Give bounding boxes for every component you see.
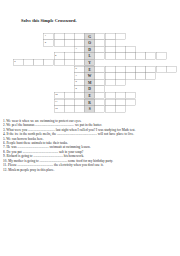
answer-cell-r6c11[interactable] [115, 66, 125, 73]
answer-cell-r4c11[interactable] [115, 53, 125, 60]
answer-cell-r5c6[interactable] [64, 59, 74, 66]
clue-number-cell-4: 4 [54, 53, 64, 60]
answer-cell-r6c10[interactable] [105, 66, 115, 73]
worksheet-page: Solve this Simple Crossword. 1G2O3D4L5Y6… [0, 0, 180, 256]
answer-cell-r1c5[interactable] [54, 33, 64, 40]
answer-cell-r11c7[interactable] [74, 99, 84, 106]
answer-cell-r12c9[interactable] [95, 106, 105, 113]
given-letter-cell-r6c8: E [85, 66, 95, 73]
answer-cell-r8c10[interactable] [105, 79, 115, 86]
clue-list: 1. We wear it when we are swimming to pr… [3, 118, 177, 172]
answer-cell-r12c7[interactable] [74, 106, 84, 113]
answer-cell-r4c13[interactable] [136, 53, 146, 60]
given-letter-cell-r1c8: G [85, 33, 95, 40]
answer-cell-r6c14[interactable] [146, 66, 156, 73]
answer-cell-r11c6[interactable] [64, 99, 74, 106]
clue-number-cell-12: 12 [54, 106, 64, 113]
answer-cell-r9c9[interactable] [95, 86, 105, 93]
answer-cell-r5c3[interactable] [34, 59, 44, 66]
given-letter-cell-r9c8: D [85, 86, 95, 93]
worksheet-canvas: Solve this Simple Crossword. 1G2O3D4L5Y6… [0, 0, 180, 256]
answer-cell-r8c11[interactable] [115, 79, 125, 86]
given-letter-cell-r4c8: L [85, 53, 95, 60]
clue-number-cell-6: 6 [74, 66, 84, 73]
answer-cell-r5c5[interactable] [54, 59, 64, 66]
answer-cell-r12c11[interactable] [115, 106, 125, 113]
answer-cell-r7c14[interactable] [146, 73, 156, 80]
clue-number-cell-9: 9 [74, 86, 84, 93]
clue-number-cell-11: 11 [54, 99, 64, 106]
answer-cell-r6c15[interactable] [156, 66, 166, 73]
answer-cell-r4c6[interactable] [64, 53, 74, 60]
clue-number-cell-5: 5 [13, 59, 23, 66]
answer-cell-r4c14[interactable] [146, 53, 156, 60]
answer-cell-r6c9[interactable] [95, 66, 105, 73]
answer-cell-r1c9[interactable] [95, 33, 105, 40]
answer-cell-r5c2[interactable] [23, 59, 33, 66]
answer-cell-r5c4[interactable] [44, 59, 54, 66]
answer-cell-r11c12[interactable] [125, 99, 135, 106]
answer-cell-r4c7[interactable] [74, 53, 84, 60]
answer-cell-r11c10[interactable] [105, 99, 115, 106]
worksheet-title: Solve this Simple Crossword. [21, 18, 77, 23]
answer-cell-r11c11[interactable] [115, 99, 125, 106]
clue-number-cell-2: 2 [44, 40, 54, 47]
answer-cell-r4c9[interactable] [95, 53, 105, 60]
clue-number-cell-1: 1 [44, 33, 54, 40]
answer-cell-r2c5[interactable] [54, 40, 64, 47]
answer-cell-r4c12[interactable] [125, 53, 135, 60]
answer-cell-r1c6[interactable] [64, 33, 74, 40]
answer-cell-r6c13[interactable] [136, 66, 146, 73]
answer-cell-r4c10[interactable] [105, 53, 115, 60]
answer-cell-r12c10[interactable] [105, 106, 115, 113]
answer-cell-r2c6[interactable] [64, 40, 74, 47]
answer-cell-r1c10[interactable] [105, 33, 115, 40]
clue-12: 12. Moslem people pray in this place. [3, 167, 177, 171]
given-letter-cell-r12c8: S [85, 106, 95, 113]
answer-cell-r1c11[interactable] [115, 33, 125, 40]
given-letter-cell-r11c8: R [85, 99, 95, 106]
answer-cell-r11c9[interactable] [95, 99, 105, 106]
answer-cell-r6c12[interactable] [125, 66, 135, 73]
answer-cell-r7c12[interactable] [125, 73, 135, 80]
answer-cell-r7c13[interactable] [136, 73, 146, 80]
answer-cell-r12c6[interactable] [64, 106, 74, 113]
answer-cell-r4c15[interactable] [156, 53, 166, 60]
answer-cell-r6c16[interactable] [166, 66, 176, 73]
answer-cell-r1c7[interactable] [74, 33, 84, 40]
